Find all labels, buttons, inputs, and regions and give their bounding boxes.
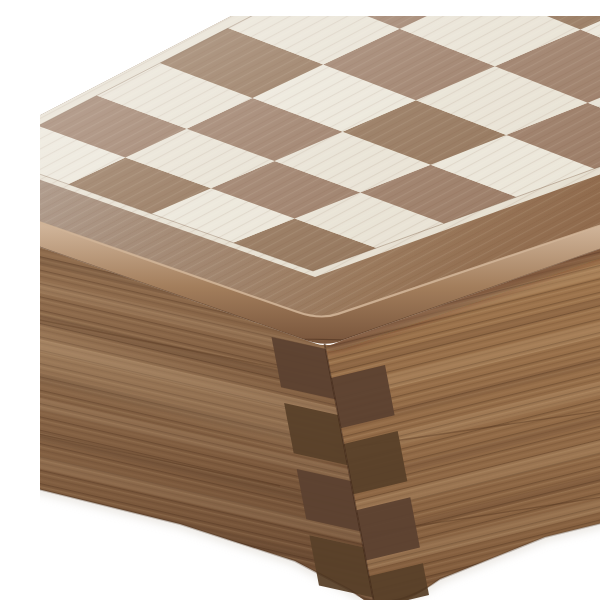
chess-box-scene bbox=[40, 16, 600, 600]
chess-box-product-photo bbox=[40, 16, 600, 600]
